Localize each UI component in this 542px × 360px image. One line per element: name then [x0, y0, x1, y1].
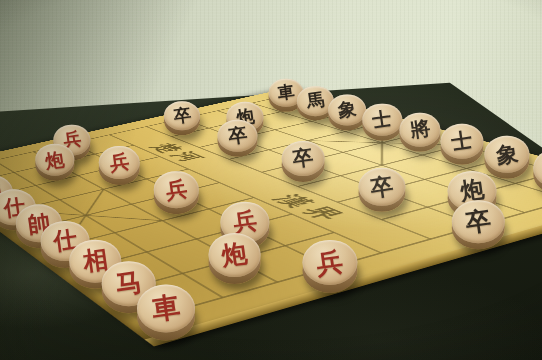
piece-black-general-e10[interactable]: 將: [400, 113, 441, 147]
piece-black-advisor-d10[interactable]: 士: [363, 103, 402, 135]
piece-black-soldier-i7[interactable]: 卒: [452, 200, 504, 243]
piece-character: 卒: [227, 125, 248, 146]
piece-character: 卒: [464, 207, 492, 235]
piece-face: 象: [329, 94, 367, 125]
piece-face: 卒: [164, 101, 200, 131]
piece-black-elephant-g10[interactable]: 象: [485, 136, 530, 173]
piece-black-horse-h10[interactable]: 馬: [534, 149, 542, 188]
piece-face: 象: [485, 136, 530, 173]
piece-black-soldier-g7[interactable]: 卒: [358, 167, 405, 206]
piece-character: 象: [495, 142, 519, 166]
piece-character: 卒: [369, 174, 395, 200]
piece-black-soldier-e7[interactable]: 卒: [282, 141, 325, 176]
xiangqi-photo-scene: 楚河 漢界 車马相仕帥仕相马車炮炮兵兵兵兵兵車馬象士將士象馬車炮炮卒卒卒卒卒: [0, 0, 542, 360]
piece-character: 象: [337, 100, 357, 120]
piece-black-elephant-c10[interactable]: 象: [329, 94, 367, 125]
piece-red-cannon-b3[interactable]: 炮: [35, 144, 74, 176]
piece-character: 士: [450, 130, 473, 153]
piece-character: 車: [150, 293, 181, 324]
piece-character: 將: [409, 119, 431, 141]
piece-face: 卒: [358, 167, 405, 206]
piece-character: 士: [372, 109, 393, 130]
piece-face: 車: [137, 285, 195, 333]
piece-character: 炮: [44, 149, 65, 170]
piece-face: 兵: [303, 240, 358, 285]
piece-character: 兵: [315, 248, 345, 278]
piece-face: 炮: [208, 233, 261, 276]
piece-face: 將: [400, 113, 441, 147]
piece-red-soldier-i4[interactable]: 兵: [303, 240, 358, 285]
piece-character: 卒: [291, 147, 314, 170]
piece-face: 卒: [452, 200, 504, 243]
piece-face: 卒: [282, 141, 325, 176]
piece-red-soldier-e4[interactable]: 兵: [154, 171, 198, 207]
piece-face: 士: [440, 124, 483, 159]
piece-character: 炮: [220, 241, 249, 270]
pieces-layer: 車马相仕帥仕相马車炮炮兵兵兵兵兵車馬象士將士象馬車炮炮卒卒卒卒卒: [0, 0, 542, 360]
piece-black-soldier-c7[interactable]: 卒: [218, 119, 257, 151]
piece-character: 兵: [164, 178, 188, 202]
piece-character: 車: [276, 83, 295, 102]
piece-black-advisor-f10[interactable]: 士: [440, 124, 483, 159]
piece-character: 兵: [108, 152, 130, 174]
piece-face: 兵: [99, 146, 140, 179]
piece-character: 卒: [173, 106, 193, 126]
piece-character: 馬: [305, 91, 325, 111]
piece-red-chariot-i1[interactable]: 車: [137, 285, 195, 333]
piece-red-cannon-h3[interactable]: 炮: [208, 233, 261, 276]
piece-red-soldier-c4[interactable]: 兵: [99, 146, 140, 179]
piece-black-soldier-a7[interactable]: 卒: [164, 101, 200, 131]
piece-character: 兵: [232, 209, 259, 236]
piece-face: 卒: [218, 119, 257, 151]
